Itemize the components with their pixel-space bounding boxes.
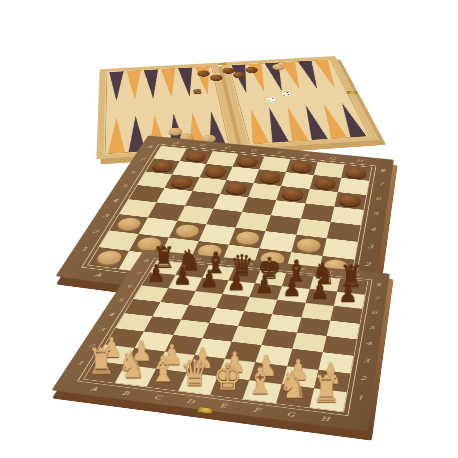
checker-dark — [290, 161, 313, 173]
checker-light — [115, 217, 143, 231]
rank-label: 6 — [124, 170, 137, 184]
file-label: A — [81, 270, 116, 280]
backgammon-point — [127, 70, 143, 100]
rank-label: 4 — [101, 312, 116, 328]
chess-piece-white-bishop: ♝ — [149, 351, 178, 387]
die-pip — [268, 100, 270, 101]
backgammon-checker-dark — [209, 74, 223, 81]
rank-label: 5 — [115, 183, 129, 198]
hinge-icon — [218, 63, 226, 66]
chess-piece-white-king: ♚ — [213, 358, 242, 394]
rank-label: 7 — [132, 157, 145, 170]
chess-square — [125, 299, 161, 316]
rank-label: 3 — [365, 243, 374, 261]
file-label: F — [239, 404, 275, 415]
rank-label: 1 — [68, 360, 85, 379]
rank-label: 6 — [373, 196, 381, 212]
file-label: A — [77, 384, 112, 394]
checkers-square — [229, 228, 266, 248]
die-white — [281, 92, 290, 96]
checkers-square — [327, 222, 361, 242]
checkers-square — [266, 215, 301, 234]
rank-label: 2 — [358, 375, 367, 395]
backgammon-points-right-top — [231, 60, 342, 94]
rank-label: 1 — [354, 394, 363, 415]
chess-piece-white-knight: ♞ — [279, 366, 308, 403]
rank-label: 4 — [364, 341, 372, 358]
rank-label: 6 — [120, 284, 133, 298]
chess-piece-black-pawn: ♟ — [173, 264, 192, 288]
file-label: H — [307, 413, 343, 424]
file-label: E — [266, 149, 294, 155]
checkers-square — [129, 185, 165, 202]
chess-square — [301, 303, 334, 321]
chess-piece-black-pawn: ♟ — [200, 267, 219, 291]
chess-piece-black-pawn: ♟ — [146, 261, 165, 285]
die-wood — [193, 89, 202, 93]
die-pip — [287, 92, 289, 93]
file-label: G — [273, 409, 309, 420]
rank-label: 5 — [111, 297, 125, 312]
rank-label: 3 — [361, 357, 370, 375]
checkers-square — [281, 172, 313, 189]
rank-label: 4 — [368, 227, 376, 244]
checker-dark — [338, 194, 362, 207]
checker-dark — [281, 188, 305, 201]
die-pip — [272, 98, 274, 99]
checkers-square — [276, 186, 309, 203]
file-label: C — [140, 392, 175, 402]
checker-light — [174, 223, 202, 238]
backgammon-point — [314, 60, 341, 88]
checker-dark — [204, 166, 229, 178]
backgammon-point — [161, 69, 179, 99]
chess-piece-white-rook: ♜ — [86, 343, 114, 378]
checker-dark — [184, 151, 208, 162]
chess-square: ♟ — [334, 292, 365, 309]
chess-piece-black-pawn: ♟ — [310, 278, 330, 303]
checker-dark — [224, 182, 249, 195]
chess-square — [297, 317, 331, 336]
checker-dark — [150, 161, 175, 173]
checker-dark — [345, 167, 367, 179]
rank-label: 5 — [371, 211, 379, 227]
chess-square — [262, 329, 297, 348]
chess-piece-white-queen: ♛ — [181, 355, 210, 391]
chess-piece-black-pawn: ♟ — [254, 272, 273, 297]
file-label: B — [108, 388, 143, 398]
file-label: A — [163, 139, 190, 145]
rank-label: 7 — [372, 296, 379, 311]
rank-label: 7 — [376, 182, 383, 197]
die-pip — [283, 95, 285, 96]
checkers-square — [305, 189, 338, 207]
die-pip — [282, 93, 284, 94]
rank-label: 2 — [84, 229, 100, 247]
die-pip — [288, 94, 290, 95]
chess-piece-white-bishop: ♝ — [246, 362, 275, 399]
checker-light — [94, 250, 124, 266]
rank-label: 8 — [141, 145, 153, 158]
chess-piece-black-pawn: ♟ — [227, 269, 246, 293]
checkers-square — [213, 194, 248, 212]
file-label: G — [319, 155, 347, 162]
checker-light — [234, 230, 261, 245]
file-label: B — [188, 142, 215, 148]
chess-piece-black-pawn: ♟ — [338, 281, 358, 306]
rank-label: 3 — [95, 213, 110, 230]
backgammon-point — [144, 69, 161, 99]
checkers-square — [165, 174, 199, 191]
rank-label: 8 — [374, 282, 381, 296]
rank-label: 7 — [128, 271, 141, 284]
checker-light — [296, 237, 322, 252]
chess-square: ♞ — [276, 384, 314, 408]
rank-label: 1 — [72, 246, 89, 265]
rank-label: 6 — [369, 310, 377, 326]
die-pip — [199, 90, 201, 91]
file-label: F — [292, 152, 320, 159]
die-pip — [195, 92, 197, 93]
chess-square: ♟ — [277, 286, 309, 303]
checkers-square — [242, 197, 276, 215]
rank-label: 5 — [367, 325, 375, 341]
checker-dark — [169, 176, 195, 188]
chess-square — [144, 316, 181, 335]
chess-square — [330, 306, 362, 324]
chess-square: ♜ — [309, 388, 347, 412]
file-label: H — [346, 157, 374, 164]
die-white — [266, 97, 275, 101]
die-pip — [197, 91, 199, 92]
chess-square: ♝ — [243, 380, 282, 403]
checkers-square — [148, 202, 185, 221]
chess-piece-white-rook: ♜ — [312, 370, 342, 407]
backgammon-point — [109, 71, 124, 101]
rank-label: 8 — [378, 168, 385, 182]
backgammon-checker-light — [168, 127, 183, 135]
chess-square — [272, 300, 305, 317]
chess-piece-white-knight: ♞ — [118, 347, 147, 383]
product-photo-game-set: ABCDEFGH ABCDEFGH 87654321 87654321 ABCD… — [0, 0, 458, 458]
rank-label: 4 — [105, 198, 120, 214]
checker-dark — [237, 156, 261, 167]
file-label: D — [173, 396, 208, 406]
chess-piece-black-pawn: ♟ — [282, 275, 302, 300]
file-label: D — [239, 147, 267, 153]
checker-dark — [258, 172, 282, 184]
file-label: C — [214, 144, 242, 150]
checkers-square — [99, 230, 139, 251]
chess-square — [323, 336, 357, 356]
